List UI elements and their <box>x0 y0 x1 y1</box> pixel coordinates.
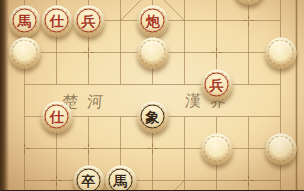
piece-facedown-blank <box>14 42 36 64</box>
piece-character: 仕 <box>45 105 69 129</box>
piece-hidden-f8r3[interactable] <box>265 37 296 68</box>
piece-character: 馬 <box>109 169 133 191</box>
piece-black-象-f4r5[interactable]: 象 <box>137 101 168 132</box>
piece-disc <box>265 133 296 164</box>
piece-disc: 仕 <box>41 5 72 36</box>
piece-hidden-f0r3[interactable] <box>9 37 40 68</box>
piece-disc <box>265 37 296 68</box>
piece-character: 卒 <box>77 169 101 191</box>
piece-red-馬-f0r2[interactable]: 馬 <box>9 5 40 36</box>
piece-disc: 兵 <box>201 69 232 100</box>
piece-disc: 兵 <box>73 5 104 36</box>
piece-facedown-blank <box>270 42 292 64</box>
piece-disc: 馬 <box>105 165 136 190</box>
piece-hidden-f7r1[interactable] <box>233 0 264 4</box>
piece-hidden-f6r6[interactable] <box>201 133 232 164</box>
piece-disc: 仕 <box>41 101 72 132</box>
piece-hidden-f4r3[interactable] <box>137 37 168 68</box>
piece-disc: 象 <box>137 101 168 132</box>
xiangqi-board: 楚河 漢界 馬仕兵炮兵仕象卒馬 <box>0 0 304 190</box>
piece-disc <box>201 133 232 164</box>
piece-character: 兵 <box>205 73 229 97</box>
piece-red-兵-f6r4[interactable]: 兵 <box>201 69 232 100</box>
piece-facedown-blank <box>142 42 164 64</box>
piece-character: 兵 <box>77 9 101 33</box>
piece-disc <box>9 37 40 68</box>
piece-hidden-f8r6[interactable] <box>265 133 296 164</box>
piece-carved-ring <box>236 0 262 2</box>
piece-disc <box>137 37 168 68</box>
piece-red-仕-f1r5[interactable]: 仕 <box>41 101 72 132</box>
piece-character: 仕 <box>45 9 69 33</box>
piece-red-仕-f1r2[interactable]: 仕 <box>41 5 72 36</box>
piece-disc <box>233 0 264 4</box>
piece-character: 炮 <box>141 9 165 33</box>
piece-character: 象 <box>141 105 165 129</box>
piece-red-兵-f2r2[interactable]: 兵 <box>73 5 104 36</box>
piece-black-卒-f2r7[interactable]: 卒 <box>73 165 104 190</box>
piece-red-炮-f4r2[interactable]: 炮 <box>137 5 168 36</box>
piece-disc: 炮 <box>137 5 168 36</box>
board-left-border <box>0 0 9 190</box>
piece-disc: 馬 <box>9 5 40 36</box>
piece-facedown-blank <box>270 138 292 160</box>
piece-facedown-blank <box>206 138 228 160</box>
piece-black-馬-f3r7[interactable]: 馬 <box>105 165 136 190</box>
piece-disc: 卒 <box>73 165 104 190</box>
piece-character: 馬 <box>13 9 37 33</box>
